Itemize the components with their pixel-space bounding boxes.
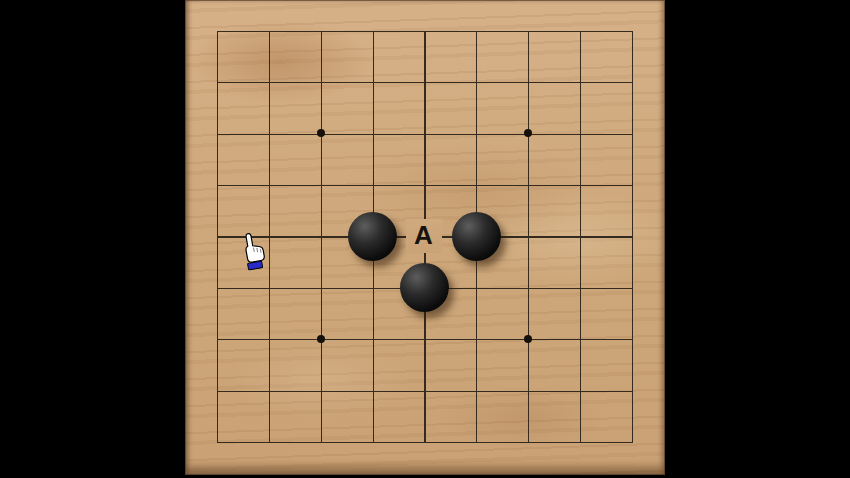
- intersection[interactable]: [450, 313, 502, 364]
- star-point: [317, 129, 325, 137]
- intersection[interactable]: [399, 5, 451, 56]
- intersection[interactable]: [243, 416, 295, 467]
- intersection[interactable]: [399, 159, 451, 210]
- intersection[interactable]: [295, 262, 347, 313]
- intersection[interactable]: [399, 365, 451, 416]
- intersection[interactable]: [450, 56, 502, 107]
- intersection[interactable]: [243, 365, 295, 416]
- star-point: [524, 129, 532, 137]
- intersection[interactable]: [554, 416, 606, 467]
- intersection[interactable]: [554, 159, 606, 210]
- intersection[interactable]: [347, 262, 399, 313]
- intersection[interactable]: [554, 211, 606, 262]
- intersection[interactable]: [243, 56, 295, 107]
- intersection[interactable]: [191, 416, 243, 467]
- right-black-bar: [665, 0, 850, 478]
- intersection[interactable]: [502, 5, 554, 56]
- intersection[interactable]: [295, 365, 347, 416]
- intersection[interactable]: [243, 108, 295, 159]
- intersection[interactable]: [450, 211, 502, 262]
- intersection[interactable]: [295, 159, 347, 210]
- intersection[interactable]: [399, 416, 451, 467]
- intersection[interactable]: [450, 416, 502, 467]
- intersection[interactable]: [295, 211, 347, 262]
- intersection[interactable]: [191, 211, 243, 262]
- intersection[interactable]: [191, 159, 243, 210]
- intersection[interactable]: [502, 211, 554, 262]
- intersection[interactable]: [399, 313, 451, 364]
- intersection[interactable]: [191, 262, 243, 313]
- intersection[interactable]: [606, 365, 658, 416]
- intersection[interactable]: [554, 108, 606, 159]
- intersection[interactable]: A: [399, 211, 451, 262]
- intersection[interactable]: [502, 56, 554, 107]
- intersection[interactable]: [606, 211, 658, 262]
- intersection[interactable]: [502, 416, 554, 467]
- black-stone: [452, 212, 501, 261]
- intersection[interactable]: [347, 159, 399, 210]
- black-stone: [348, 212, 397, 261]
- intersection[interactable]: [347, 313, 399, 364]
- intersection[interactable]: [606, 5, 658, 56]
- intersection[interactable]: [554, 56, 606, 107]
- intersection[interactable]: [502, 159, 554, 210]
- star-point: [524, 335, 532, 343]
- intersection[interactable]: [191, 365, 243, 416]
- intersection[interactable]: [450, 159, 502, 210]
- intersection[interactable]: [606, 416, 658, 467]
- intersection[interactable]: [347, 108, 399, 159]
- intersection[interactable]: [554, 313, 606, 364]
- intersection[interactable]: [606, 159, 658, 210]
- intersection[interactable]: [347, 211, 399, 262]
- intersection[interactable]: [295, 313, 347, 364]
- intersection[interactable]: [295, 416, 347, 467]
- intersection[interactable]: [347, 56, 399, 107]
- intersection[interactable]: [347, 5, 399, 56]
- intersection[interactable]: [606, 108, 658, 159]
- intersection[interactable]: [243, 159, 295, 210]
- hand-cursor-glove: [243, 232, 265, 263]
- intersection[interactable]: [502, 262, 554, 313]
- intersection[interactable]: [399, 56, 451, 107]
- intersection[interactable]: [554, 5, 606, 56]
- intersection[interactable]: [399, 108, 451, 159]
- intersection[interactable]: [450, 365, 502, 416]
- video-frame: A: [0, 0, 850, 478]
- intersection[interactable]: [606, 262, 658, 313]
- intersection[interactable]: [243, 313, 295, 364]
- intersection[interactable]: [295, 5, 347, 56]
- intersection[interactable]: [347, 416, 399, 467]
- intersection[interactable]: [554, 262, 606, 313]
- intersection[interactable]: [191, 56, 243, 107]
- intersection[interactable]: [191, 5, 243, 56]
- left-black-bar: [0, 0, 185, 478]
- intersection[interactable]: [450, 108, 502, 159]
- intersection[interactable]: [502, 313, 554, 364]
- intersection[interactable]: [295, 108, 347, 159]
- intersection[interactable]: [399, 262, 451, 313]
- intersection[interactable]: [606, 313, 658, 364]
- black-stone: [400, 263, 449, 312]
- intersection[interactable]: [191, 108, 243, 159]
- intersection[interactable]: [502, 365, 554, 416]
- intersection[interactable]: [502, 108, 554, 159]
- intersection[interactable]: [450, 262, 502, 313]
- intersection[interactable]: [243, 5, 295, 56]
- intersection[interactable]: [191, 313, 243, 364]
- star-point: [317, 335, 325, 343]
- intersection[interactable]: [554, 365, 606, 416]
- intersection[interactable]: [347, 365, 399, 416]
- point-label-a[interactable]: A: [414, 222, 433, 248]
- intersection[interactable]: [606, 56, 658, 107]
- intersection[interactable]: [450, 5, 502, 56]
- intersection[interactable]: [295, 56, 347, 107]
